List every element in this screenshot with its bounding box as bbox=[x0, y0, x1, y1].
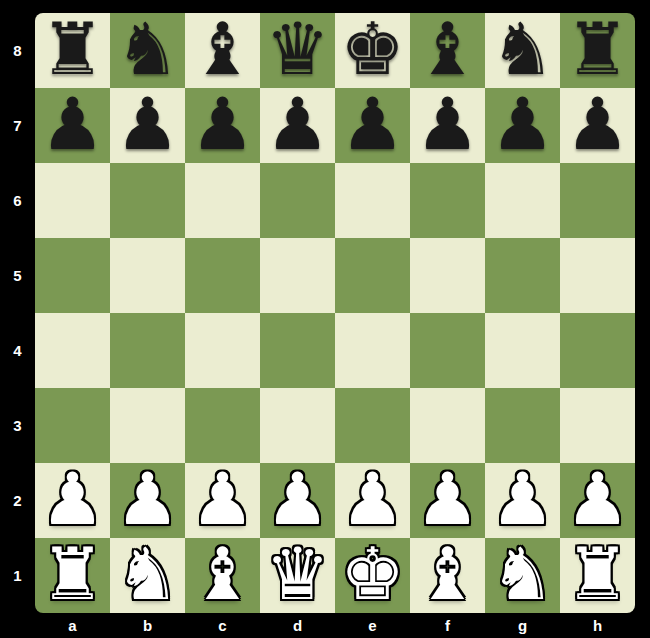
file-label-a: a bbox=[35, 613, 110, 638]
square-e4[interactable] bbox=[335, 313, 410, 388]
black-knight[interactable]: ♞ bbox=[115, 13, 180, 85]
square-d7[interactable]: ♟ bbox=[260, 88, 335, 163]
square-h7[interactable]: ♟ bbox=[560, 88, 635, 163]
square-c6[interactable] bbox=[185, 163, 260, 238]
white-pawn[interactable]: ♟ bbox=[265, 463, 330, 535]
square-e3[interactable] bbox=[335, 388, 410, 463]
square-a6[interactable] bbox=[35, 163, 110, 238]
white-rook[interactable]: ♜ bbox=[565, 538, 630, 610]
square-d8[interactable]: ♛ bbox=[260, 13, 335, 88]
square-a3[interactable] bbox=[35, 388, 110, 463]
square-a4[interactable] bbox=[35, 313, 110, 388]
square-e6[interactable] bbox=[335, 163, 410, 238]
square-f7[interactable]: ♟ bbox=[410, 88, 485, 163]
square-e2[interactable]: ♟ bbox=[335, 463, 410, 538]
square-f4[interactable] bbox=[410, 313, 485, 388]
square-b2[interactable]: ♟ bbox=[110, 463, 185, 538]
rank-label-2: 2 bbox=[0, 463, 35, 538]
square-a8[interactable]: ♜ bbox=[35, 13, 110, 88]
white-pawn[interactable]: ♟ bbox=[190, 463, 255, 535]
square-g3[interactable] bbox=[485, 388, 560, 463]
rank-label-3: 3 bbox=[0, 388, 35, 463]
square-h4[interactable] bbox=[560, 313, 635, 388]
white-rook[interactable]: ♜ bbox=[40, 538, 105, 610]
square-h8[interactable]: ♜ bbox=[560, 13, 635, 88]
square-b3[interactable] bbox=[110, 388, 185, 463]
square-c7[interactable]: ♟ bbox=[185, 88, 260, 163]
file-label-c: c bbox=[185, 613, 260, 638]
square-c8[interactable]: ♝ bbox=[185, 13, 260, 88]
white-pawn[interactable]: ♟ bbox=[565, 463, 630, 535]
white-queen[interactable]: ♛ bbox=[265, 538, 330, 610]
square-g2[interactable]: ♟ bbox=[485, 463, 560, 538]
black-pawn[interactable]: ♟ bbox=[190, 88, 255, 160]
square-c2[interactable]: ♟ bbox=[185, 463, 260, 538]
file-label-e: e bbox=[335, 613, 410, 638]
black-pawn[interactable]: ♟ bbox=[265, 88, 330, 160]
square-f2[interactable]: ♟ bbox=[410, 463, 485, 538]
square-g5[interactable] bbox=[485, 238, 560, 313]
square-a2[interactable]: ♟ bbox=[35, 463, 110, 538]
square-f8[interactable]: ♝ bbox=[410, 13, 485, 88]
square-d5[interactable] bbox=[260, 238, 335, 313]
rank-label-7: 7 bbox=[0, 88, 35, 163]
rank-labels: 87654321 bbox=[0, 13, 35, 613]
white-pawn[interactable]: ♟ bbox=[40, 463, 105, 535]
white-knight[interactable]: ♞ bbox=[490, 538, 555, 610]
square-b6[interactable] bbox=[110, 163, 185, 238]
white-bishop[interactable]: ♝ bbox=[415, 538, 480, 610]
square-b1[interactable]: ♞ bbox=[110, 538, 185, 613]
square-g7[interactable]: ♟ bbox=[485, 88, 560, 163]
square-b7[interactable]: ♟ bbox=[110, 88, 185, 163]
white-bishop[interactable]: ♝ bbox=[190, 538, 255, 610]
square-f6[interactable] bbox=[410, 163, 485, 238]
file-label-d: d bbox=[260, 613, 335, 638]
square-g6[interactable] bbox=[485, 163, 560, 238]
square-g1[interactable]: ♞ bbox=[485, 538, 560, 613]
square-f1[interactable]: ♝ bbox=[410, 538, 485, 613]
square-a1[interactable]: ♜ bbox=[35, 538, 110, 613]
square-g4[interactable] bbox=[485, 313, 560, 388]
square-d1[interactable]: ♛ bbox=[260, 538, 335, 613]
black-pawn[interactable]: ♟ bbox=[340, 88, 405, 160]
square-e7[interactable]: ♟ bbox=[335, 88, 410, 163]
rank-label-1: 1 bbox=[0, 538, 35, 613]
square-c1[interactable]: ♝ bbox=[185, 538, 260, 613]
square-h2[interactable]: ♟ bbox=[560, 463, 635, 538]
file-label-h: h bbox=[560, 613, 635, 638]
rank-label-6: 6 bbox=[0, 163, 35, 238]
black-rook[interactable]: ♜ bbox=[40, 13, 105, 85]
square-c4[interactable] bbox=[185, 313, 260, 388]
white-pawn[interactable]: ♟ bbox=[490, 463, 555, 535]
white-pawn[interactable]: ♟ bbox=[115, 463, 180, 535]
white-king[interactable]: ♚ bbox=[340, 538, 405, 610]
rank-label-4: 4 bbox=[0, 313, 35, 388]
black-pawn[interactable]: ♟ bbox=[415, 88, 480, 160]
square-c5[interactable] bbox=[185, 238, 260, 313]
square-f5[interactable] bbox=[410, 238, 485, 313]
square-h6[interactable] bbox=[560, 163, 635, 238]
square-f3[interactable] bbox=[410, 388, 485, 463]
square-c3[interactable] bbox=[185, 388, 260, 463]
black-king[interactable]: ♚ bbox=[340, 13, 405, 85]
square-h5[interactable] bbox=[560, 238, 635, 313]
chess-app: 87654321 ♜♞♝♛♚♝♞♜♟♟♟♟♟♟♟♟♟♟♟♟♟♟♟♟♜♞♝♛♚♝♞… bbox=[0, 0, 650, 638]
file-label-f: f bbox=[410, 613, 485, 638]
file-labels: abcdefgh bbox=[35, 613, 635, 638]
white-pawn[interactable]: ♟ bbox=[415, 463, 480, 535]
square-h1[interactable]: ♜ bbox=[560, 538, 635, 613]
square-d2[interactable]: ♟ bbox=[260, 463, 335, 538]
black-queen[interactable]: ♛ bbox=[265, 13, 330, 85]
black-bishop[interactable]: ♝ bbox=[415, 13, 480, 85]
black-knight[interactable]: ♞ bbox=[490, 13, 555, 85]
black-pawn[interactable]: ♟ bbox=[490, 88, 555, 160]
black-pawn[interactable]: ♟ bbox=[40, 88, 105, 160]
white-knight[interactable]: ♞ bbox=[115, 538, 180, 610]
square-h3[interactable] bbox=[560, 388, 635, 463]
square-e5[interactable] bbox=[335, 238, 410, 313]
square-e1[interactable]: ♚ bbox=[335, 538, 410, 613]
square-b4[interactable] bbox=[110, 313, 185, 388]
square-d4[interactable] bbox=[260, 313, 335, 388]
black-rook[interactable]: ♜ bbox=[565, 13, 630, 85]
square-b5[interactable] bbox=[110, 238, 185, 313]
file-label-g: g bbox=[485, 613, 560, 638]
white-pawn[interactable]: ♟ bbox=[340, 463, 405, 535]
file-label-b: b bbox=[110, 613, 185, 638]
square-a5[interactable] bbox=[35, 238, 110, 313]
rank-label-5: 5 bbox=[0, 238, 35, 313]
square-g8[interactable]: ♞ bbox=[485, 13, 560, 88]
black-pawn[interactable]: ♟ bbox=[565, 88, 630, 160]
black-bishop[interactable]: ♝ bbox=[190, 13, 255, 85]
square-b8[interactable]: ♞ bbox=[110, 13, 185, 88]
chess-board: ♜♞♝♛♚♝♞♜♟♟♟♟♟♟♟♟♟♟♟♟♟♟♟♟♜♞♝♛♚♝♞♜ bbox=[35, 13, 635, 613]
rank-label-8: 8 bbox=[0, 13, 35, 88]
square-d3[interactable] bbox=[260, 388, 335, 463]
square-e8[interactable]: ♚ bbox=[335, 13, 410, 88]
square-d6[interactable] bbox=[260, 163, 335, 238]
black-pawn[interactable]: ♟ bbox=[115, 88, 180, 160]
square-a7[interactable]: ♟ bbox=[35, 88, 110, 163]
